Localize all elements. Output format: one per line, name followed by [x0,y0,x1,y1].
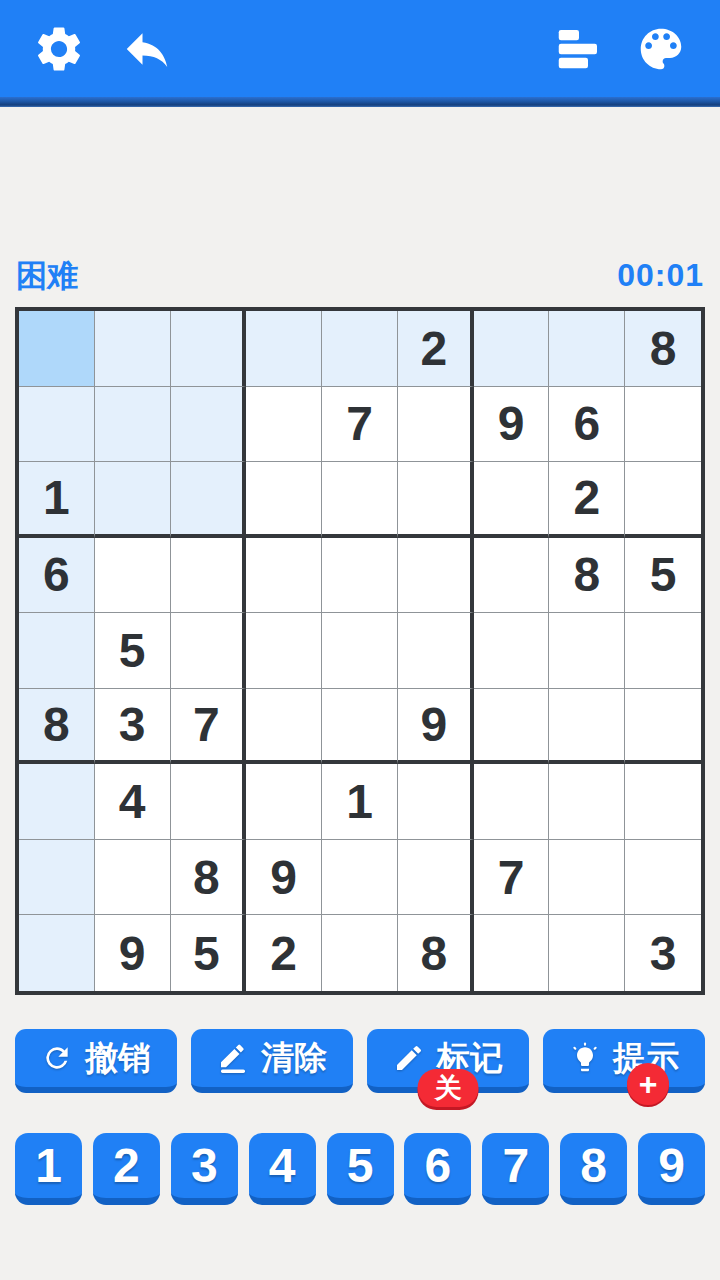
cell-r6c8[interactable] [549,689,625,765]
cell-r9c9[interactable]: 3 [625,915,701,991]
num-button-6[interactable]: 6 [404,1133,471,1205]
mark-pencil-icon [393,1042,425,1074]
clear-button[interactable]: 清除 [191,1029,353,1093]
cell-r8c2[interactable] [95,840,171,916]
cell-r6c9[interactable] [625,689,701,765]
cell-r9c5[interactable] [322,915,398,991]
cell-r6c1[interactable]: 8 [19,689,95,765]
cell-r5c1[interactable] [19,613,95,689]
toolbar: 撤销 清除 标记 关 提示 + [15,1029,705,1093]
cell-r3c3[interactable] [171,462,247,538]
hint-plus-badge: + [627,1063,669,1105]
num-button-3[interactable]: 3 [171,1133,238,1205]
cell-r7c8[interactable] [549,764,625,840]
cell-r1c3[interactable] [171,311,247,387]
header-right-icons [550,20,690,78]
cell-r2c6[interactable] [398,387,474,463]
clear-label: 清除 [261,1036,327,1081]
cell-r6c7[interactable] [474,689,550,765]
num-button-2[interactable]: 2 [93,1133,160,1205]
cell-r7c3[interactable] [171,764,247,840]
cell-r1c1[interactable] [19,311,95,387]
cell-r5c5[interactable] [322,613,398,689]
cell-r1c9[interactable]: 8 [625,311,701,387]
hint-bulb-icon [569,1042,601,1074]
cell-r8c6[interactable] [398,840,474,916]
cell-r3c7[interactable] [474,462,550,538]
undo-label: 撤销 [85,1036,151,1081]
cell-r1c7[interactable] [474,311,550,387]
cell-r5c2[interactable]: 5 [95,613,171,689]
cell-r3c5[interactable] [322,462,398,538]
cell-r9c1[interactable] [19,915,95,991]
cell-r2c7[interactable]: 9 [474,387,550,463]
numpad: 123456789 [15,1133,705,1205]
erase-pencil-icon [217,1042,249,1074]
top-app-bar [0,0,720,97]
cell-r1c4[interactable] [246,311,322,387]
back-arrow-icon[interactable] [118,20,176,78]
cell-r5c4[interactable] [246,613,322,689]
cell-r5c3[interactable] [171,613,247,689]
cell-r2c8[interactable]: 6 [549,387,625,463]
cell-r4c9[interactable]: 5 [625,538,701,614]
cell-r1c6[interactable]: 2 [398,311,474,387]
cell-r6c2[interactable]: 3 [95,689,171,765]
cell-r7c4[interactable] [246,764,322,840]
cell-r9c8[interactable] [549,915,625,991]
cell-r4c1[interactable]: 6 [19,538,95,614]
header-left-icons [30,20,176,78]
cell-r7c1[interactable] [19,764,95,840]
num-button-1[interactable]: 1 [15,1133,82,1205]
cell-r2c9[interactable] [625,387,701,463]
cell-r2c5[interactable]: 7 [322,387,398,463]
cell-r4c8[interactable]: 8 [549,538,625,614]
cell-r3c1[interactable]: 1 [19,462,95,538]
cell-r3c6[interactable] [398,462,474,538]
cell-r3c4[interactable] [246,462,322,538]
cell-r8c8[interactable] [549,840,625,916]
mark-off-badge: 关 [418,1069,479,1107]
settings-gear-icon[interactable] [30,20,88,78]
cell-r4c5[interactable] [322,538,398,614]
cell-r6c5[interactable] [322,689,398,765]
cell-r3c8[interactable]: 2 [549,462,625,538]
num-button-8[interactable]: 8 [560,1133,627,1205]
cell-r8c1[interactable] [19,840,95,916]
hint-button[interactable]: 提示 + [543,1029,705,1093]
cell-r9c3[interactable]: 5 [171,915,247,991]
cell-r4c6[interactable] [398,538,474,614]
mark-button[interactable]: 标记 关 [367,1029,529,1093]
num-button-9[interactable]: 9 [638,1133,705,1205]
stats-bars-icon[interactable] [550,20,608,78]
cell-r2c4[interactable] [246,387,322,463]
cell-r6c3[interactable]: 7 [171,689,247,765]
cell-r2c1[interactable] [19,387,95,463]
cell-r4c2[interactable] [95,538,171,614]
cell-r6c6[interactable]: 9 [398,689,474,765]
num-button-7[interactable]: 7 [482,1133,549,1205]
num-button-4[interactable]: 4 [249,1133,316,1205]
cell-r8c9[interactable] [625,840,701,916]
cell-r8c7[interactable]: 7 [474,840,550,916]
cell-r7c7[interactable] [474,764,550,840]
cell-r9c2[interactable]: 9 [95,915,171,991]
cell-r8c3[interactable]: 8 [171,840,247,916]
timer: 00:01 [617,257,704,294]
cell-r5c9[interactable] [625,613,701,689]
cell-r7c9[interactable] [625,764,701,840]
cell-r3c2[interactable] [95,462,171,538]
cell-r3c9[interactable] [625,462,701,538]
palette-icon[interactable] [632,20,690,78]
cell-r2c2[interactable] [95,387,171,463]
difficulty-label: 困难 [16,255,78,297]
cell-r8c5[interactable] [322,840,398,916]
cell-r1c2[interactable] [95,311,171,387]
status-row: 困难 00:01 [16,255,704,297]
sudoku-board: 2879612685583794189795283 [15,307,705,995]
cell-r4c3[interactable] [171,538,247,614]
undo-button[interactable]: 撤销 [15,1029,177,1093]
cell-r7c2[interactable]: 4 [95,764,171,840]
cell-r8c4[interactable]: 9 [246,840,322,916]
cell-r5c7[interactable] [474,613,550,689]
cell-r7c6[interactable] [398,764,474,840]
cell-r6c4[interactable] [246,689,322,765]
undo-icon [41,1042,73,1074]
cell-r5c8[interactable] [549,613,625,689]
cell-r9c7[interactable] [474,915,550,991]
cell-r1c8[interactable] [549,311,625,387]
cell-r5c6[interactable] [398,613,474,689]
cell-r9c6[interactable]: 8 [398,915,474,991]
cell-r4c4[interactable] [246,538,322,614]
cell-r9c4[interactable]: 2 [246,915,322,991]
cell-r4c7[interactable] [474,538,550,614]
cell-r1c5[interactable] [322,311,398,387]
cell-r2c3[interactable] [171,387,247,463]
num-button-5[interactable]: 5 [327,1133,394,1205]
cell-r7c5[interactable]: 1 [322,764,398,840]
